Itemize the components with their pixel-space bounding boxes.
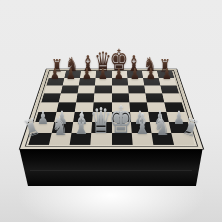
square-c6[interactable]	[77, 86, 94, 94]
square-b3[interactable]	[54, 112, 75, 122]
square-a5[interactable]	[41, 94, 61, 103]
square-b4[interactable]	[56, 102, 76, 111]
square-f3[interactable]	[129, 112, 149, 122]
square-e2[interactable]	[111, 122, 131, 133]
square-f4[interactable]	[129, 102, 148, 111]
square-c1[interactable]	[69, 133, 91, 145]
square-d7[interactable]	[95, 78, 111, 85]
square-f8[interactable]	[126, 71, 142, 78]
square-f1[interactable]	[131, 133, 153, 145]
square-h3[interactable]	[166, 112, 187, 122]
square-e4[interactable]	[111, 102, 129, 111]
square-h1[interactable]	[171, 133, 195, 145]
square-g4[interactable]	[146, 102, 166, 111]
square-a1[interactable]	[28, 133, 52, 145]
square-b8[interactable]	[64, 71, 81, 78]
square-h7[interactable]	[158, 78, 176, 85]
square-c5[interactable]	[76, 94, 94, 103]
square-g2[interactable]	[149, 122, 171, 133]
square-c2[interactable]	[71, 122, 92, 133]
square-e6[interactable]	[111, 86, 128, 94]
square-e8[interactable]	[111, 71, 127, 78]
square-b5[interactable]	[58, 94, 77, 103]
wooden-box-base	[14, 149, 208, 186]
square-b7[interactable]	[62, 78, 79, 85]
square-h2[interactable]	[168, 122, 190, 133]
square-c8[interactable]	[80, 71, 96, 78]
square-d1[interactable]	[90, 133, 111, 145]
square-h5[interactable]	[162, 94, 182, 103]
square-h6[interactable]	[160, 86, 179, 94]
square-c7[interactable]	[78, 78, 95, 85]
square-a6[interactable]	[43, 86, 62, 94]
square-h8[interactable]	[156, 71, 173, 78]
square-g5[interactable]	[145, 94, 164, 103]
square-a3[interactable]	[35, 112, 56, 122]
square-f6[interactable]	[127, 86, 144, 94]
square-e1[interactable]	[111, 133, 132, 145]
square-g6[interactable]	[144, 86, 162, 94]
square-a2[interactable]	[31, 122, 53, 133]
board-grid	[28, 71, 194, 145]
square-g1[interactable]	[151, 133, 174, 145]
square-d8[interactable]	[95, 71, 111, 78]
square-c3[interactable]	[73, 112, 93, 122]
square-d3[interactable]	[92, 112, 111, 122]
square-f2[interactable]	[130, 122, 151, 133]
square-f5[interactable]	[128, 94, 146, 103]
square-a4[interactable]	[38, 102, 58, 111]
square-g7[interactable]	[142, 78, 159, 85]
box-lid-seam	[30, 170, 193, 171]
square-b6[interactable]	[60, 86, 78, 94]
square-c4[interactable]	[74, 102, 93, 111]
square-a7[interactable]	[46, 78, 64, 85]
square-g8[interactable]	[141, 71, 158, 78]
square-b2[interactable]	[51, 122, 73, 133]
product-photo: ♜♞♝♛♚♝♞♜♟♟♟♟♟♟♟♟♟♟♟♟♟♟♟♟♜♞♝♛♚♝♞♜	[0, 0, 222, 222]
square-e7[interactable]	[111, 78, 127, 85]
square-d6[interactable]	[94, 86, 111, 94]
square-a8[interactable]	[48, 71, 65, 78]
square-g3[interactable]	[148, 112, 169, 122]
chess-board	[20, 69, 203, 149]
square-e3[interactable]	[111, 112, 130, 122]
square-d4[interactable]	[93, 102, 111, 111]
square-d2[interactable]	[91, 122, 111, 133]
square-b1[interactable]	[49, 133, 72, 145]
square-h4[interactable]	[164, 102, 184, 111]
square-e5[interactable]	[111, 94, 129, 103]
square-d5[interactable]	[93, 94, 111, 103]
square-f7[interactable]	[127, 78, 144, 85]
